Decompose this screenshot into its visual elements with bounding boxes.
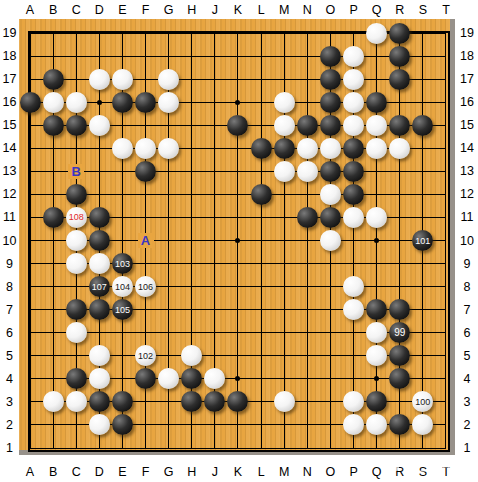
stone-black-P12 (343, 184, 364, 205)
coordinate-top-S: S (415, 2, 431, 18)
coordinate-left-6: 6 (0, 325, 19, 341)
coordinate-top-H: H (184, 2, 200, 18)
coordinate-left-16: 16 (0, 94, 19, 110)
coordinate-right-2: 2 (457, 417, 477, 433)
coordinate-top-F: F (138, 2, 154, 18)
stone-black-Q16 (366, 92, 387, 113)
coordinate-bottom-T: T (438, 464, 454, 480)
coordinate-right-15: 15 (457, 117, 477, 133)
coordinate-left-11: 11 (0, 209, 19, 225)
coordinate-top-E: E (114, 2, 130, 18)
coordinate-bottom-S: S (415, 464, 431, 480)
stone-black-C15 (66, 115, 87, 136)
stone-white-R14 (389, 138, 410, 159)
stone-white-C6 (66, 322, 87, 343)
stone-white-C9 (66, 253, 87, 274)
stone-black-C4 (66, 368, 87, 389)
stone-white-O12 (320, 184, 341, 205)
coordinate-bottom-R: R (392, 464, 408, 480)
stone-black-N11 (297, 207, 318, 228)
stone-white-N13 (297, 161, 318, 182)
move-number-101: 101 (415, 236, 430, 246)
move-number-99: 99 (394, 328, 405, 338)
coordinate-right-14: 14 (457, 140, 477, 156)
stone-white-Q19 (366, 23, 387, 44)
coordinate-top-A: A (22, 2, 38, 18)
coordinate-bottom-J: J (207, 464, 223, 480)
coordinate-right-19: 19 (457, 25, 477, 41)
coordinate-bottom-M: M (276, 464, 292, 480)
stone-white-F8: 106 (135, 276, 156, 297)
move-number-104: 104 (115, 282, 130, 292)
coordinate-left-17: 17 (0, 71, 19, 87)
stone-white-C11: 108 (66, 207, 87, 228)
coordinate-top-J: J (207, 2, 223, 18)
stone-white-D9 (89, 253, 110, 274)
stone-black-L12 (251, 184, 272, 205)
move-number-103: 103 (115, 259, 130, 269)
stone-black-C12 (66, 184, 87, 205)
stone-white-D5 (89, 345, 110, 366)
coordinate-bottom-F: F (138, 464, 154, 480)
coordinate-top-L: L (253, 2, 269, 18)
stone-white-D15 (89, 115, 110, 136)
coordinate-bottom-O: O (322, 464, 338, 480)
stone-black-P14 (343, 138, 364, 159)
stone-white-Q11 (366, 207, 387, 228)
coordinate-top-G: G (161, 2, 177, 18)
coordinate-left-18: 18 (0, 48, 19, 64)
coordinate-top-R: R (392, 2, 408, 18)
stone-white-F14 (135, 138, 156, 159)
stone-black-B11 (43, 207, 64, 228)
stone-white-G16 (158, 92, 179, 113)
stone-white-M13 (274, 161, 295, 182)
stone-black-E16 (112, 92, 133, 113)
coordinate-top-B: B (45, 2, 61, 18)
stone-black-M14 (274, 138, 295, 159)
stone-black-O11 (320, 207, 341, 228)
coordinate-left-15: 15 (0, 117, 19, 133)
coordinate-right-17: 17 (457, 71, 477, 87)
stone-white-G14 (158, 138, 179, 159)
coordinate-right-9: 9 (457, 256, 477, 272)
stone-white-Q15 (366, 115, 387, 136)
move-number-102: 102 (138, 351, 153, 361)
coordinate-bottom-Q: Q (369, 464, 385, 480)
coordinate-top-D: D (91, 2, 107, 18)
coordinate-bottom-E: E (114, 464, 130, 480)
stone-black-O15 (320, 115, 341, 136)
stone-white-C16 (66, 92, 87, 113)
stone-white-P17 (343, 69, 364, 90)
stone-white-P8 (343, 276, 364, 297)
coordinate-top-N: N (299, 2, 315, 18)
stone-black-L14 (251, 138, 272, 159)
coordinate-bottom-H: H (184, 464, 200, 480)
stone-black-R15 (389, 115, 410, 136)
stone-white-D17 (89, 69, 110, 90)
coordinate-left-10: 10 (0, 233, 19, 249)
coordinate-right-8: 8 (457, 279, 477, 295)
coordinate-top-K: K (230, 2, 246, 18)
stone-white-O10 (320, 230, 341, 251)
coordinate-top-P: P (346, 2, 362, 18)
coordinate-left-1: 1 (0, 440, 19, 456)
stone-black-D10 (89, 230, 110, 251)
coordinate-left-9: 9 (0, 256, 19, 272)
stone-white-P16 (343, 92, 364, 113)
coordinate-top-T: T (438, 2, 454, 18)
stone-white-B16 (43, 92, 64, 113)
stone-black-B17 (43, 69, 64, 90)
stone-black-E7: 105 (112, 299, 133, 320)
stone-white-P15 (343, 115, 364, 136)
stone-black-R18 (389, 46, 410, 67)
stone-black-O18 (320, 46, 341, 67)
coordinate-right-12: 12 (457, 186, 477, 202)
coordinate-bottom-N: N (299, 464, 315, 480)
coordinate-left-4: 4 (0, 371, 19, 387)
stone-black-R17 (389, 69, 410, 90)
stone-black-P13 (343, 161, 364, 182)
stone-white-C10 (66, 230, 87, 251)
coordinate-right-3: 3 (457, 394, 477, 410)
coordinate-right-18: 18 (457, 48, 477, 64)
coordinate-right-7: 7 (457, 302, 477, 318)
stone-black-D7 (89, 299, 110, 320)
coordinate-bottom-G: G (161, 464, 177, 480)
move-number-100: 100 (415, 397, 430, 407)
stone-black-D8: 107 (89, 276, 110, 297)
stone-white-C3 (66, 391, 87, 412)
stone-white-M3 (274, 391, 295, 412)
move-number-105: 105 (115, 305, 130, 315)
stone-white-M16 (274, 92, 295, 113)
coordinate-bottom-B: B (45, 464, 61, 480)
stone-white-P11 (343, 207, 364, 228)
stone-black-N15 (297, 115, 318, 136)
coordinate-top-Q: Q (369, 2, 385, 18)
stone-black-F16 (135, 92, 156, 113)
coordinate-right-6: 6 (457, 325, 477, 341)
stone-white-N14 (297, 138, 318, 159)
coordinate-top-M: M (276, 2, 292, 18)
coordinate-left-8: 8 (0, 279, 19, 295)
stone-black-O17 (320, 69, 341, 90)
coordinate-bottom-D: D (91, 464, 107, 480)
coordinate-left-3: 3 (0, 394, 19, 410)
stone-white-E17 (112, 69, 133, 90)
stone-white-E8: 104 (112, 276, 133, 297)
coordinate-bottom-A: A (22, 464, 38, 480)
stone-white-P18 (343, 46, 364, 67)
stone-black-O13 (320, 161, 341, 182)
annotation-B: B (68, 164, 84, 179)
coordinate-right-13: 13 (457, 163, 477, 179)
stone-black-S15 (412, 115, 433, 136)
move-number-106: 106 (138, 282, 153, 292)
coordinate-left-2: 2 (0, 417, 19, 433)
stone-black-D11 (89, 207, 110, 228)
stone-white-B3 (43, 391, 64, 412)
go-diagram: 悟空问答 AABBCCDDEEFFGGHHJJKKLLMMNNOOPPQQRRS… (0, 0, 478, 482)
coordinate-bottom-K: K (230, 464, 246, 480)
coordinate-right-11: 11 (457, 209, 477, 225)
coordinate-top-C: C (68, 2, 84, 18)
stone-white-G17 (158, 69, 179, 90)
coordinate-right-10: 10 (457, 233, 477, 249)
stone-white-E14 (112, 138, 133, 159)
coordinate-left-19: 19 (0, 25, 19, 41)
stone-black-A16 (20, 92, 41, 113)
coordinate-right-4: 4 (457, 371, 477, 387)
move-number-107: 107 (92, 282, 107, 292)
coordinate-left-14: 14 (0, 140, 19, 156)
coordinate-left-13: 13 (0, 163, 19, 179)
coordinate-right-16: 16 (457, 94, 477, 110)
annotation-A: A (138, 233, 154, 248)
coordinate-right-1: 1 (457, 440, 477, 456)
move-number-108: 108 (69, 212, 84, 222)
star-point-D16 (97, 100, 102, 105)
coordinate-bottom-L: L (253, 464, 269, 480)
stone-white-Q14 (366, 138, 387, 159)
stone-black-E9: 103 (112, 253, 133, 274)
stone-white-O14 (320, 138, 341, 159)
stone-black-B15 (43, 115, 64, 136)
coordinate-top-O: O (322, 2, 338, 18)
coordinate-left-5: 5 (0, 348, 19, 364)
stone-black-R19 (389, 23, 410, 44)
coordinate-right-5: 5 (457, 348, 477, 364)
coordinate-left-12: 12 (0, 186, 19, 202)
coordinate-left-7: 7 (0, 302, 19, 318)
stone-black-O16 (320, 92, 341, 113)
coordinate-bottom-C: C (68, 464, 84, 480)
stone-white-M15 (274, 115, 295, 136)
stone-black-C7 (66, 299, 87, 320)
stone-black-F13 (135, 161, 156, 182)
coordinate-bottom-P: P (346, 464, 362, 480)
